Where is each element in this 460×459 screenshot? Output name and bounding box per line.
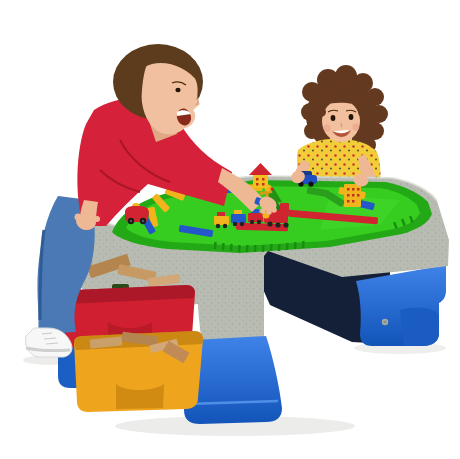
girl bbox=[293, 65, 388, 183]
girl-eye bbox=[349, 114, 354, 120]
right-foot bbox=[400, 308, 439, 346]
block-building bbox=[344, 184, 361, 207]
girl-side-curl bbox=[316, 107, 326, 117]
boy-eye bbox=[175, 88, 180, 92]
product-photo bbox=[0, 0, 460, 459]
girl-eye bbox=[331, 115, 336, 121]
girl-cheek bbox=[324, 125, 331, 132]
yellow-bin bbox=[74, 331, 203, 412]
house-roof bbox=[249, 163, 272, 175]
girl-side-curl bbox=[358, 107, 368, 117]
girl-nose bbox=[341, 123, 342, 127]
adjust-button-center bbox=[383, 320, 386, 323]
play-table-scene bbox=[0, 0, 460, 459]
girl-cheek bbox=[353, 124, 360, 131]
house-body bbox=[253, 175, 268, 188]
